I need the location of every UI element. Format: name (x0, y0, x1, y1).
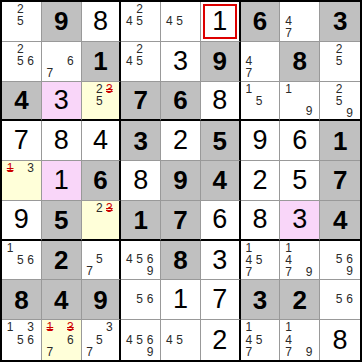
placed-digit: 1 (54, 167, 69, 194)
cell-r3c3[interactable]: 235 (82, 82, 122, 122)
empty-pencil-slot (45, 333, 55, 345)
placed-digit: 2 (212, 327, 227, 354)
empty-pencil-slot (304, 15, 314, 27)
empty-pencil-slot (323, 281, 334, 293)
empty-pencil-slot (254, 43, 264, 55)
empty-pencil-slot (135, 265, 145, 277)
cell-r7c7[interactable]: 1457 (241, 241, 281, 281)
pencil-mark-5: 5 (254, 254, 264, 266)
empty-pencil-slot (26, 27, 36, 39)
empty-pencil-slot (294, 333, 304, 345)
pencil-mark-5: 5 (334, 95, 345, 107)
cell-r4c1[interactable]: 7 (2, 121, 42, 161)
pencil-mark-9: 9 (344, 265, 355, 277)
cell-r8c5[interactable]: 1 (161, 280, 201, 320)
cell-r6c4[interactable]: 1 (121, 201, 161, 241)
empty-pencil-slot (124, 43, 134, 55)
empty-pencil-slot (104, 253, 114, 265)
empty-pencil-slot (124, 27, 134, 39)
pencil-mark-7: 7 (45, 67, 55, 79)
empty-pencil-slot (85, 214, 95, 225)
empty-pencil-slot (104, 346, 114, 358)
pencil-mark-4: 4 (124, 333, 134, 345)
cell-r5c4[interactable]: 8 (121, 161, 161, 201)
empty-pencil-slot (334, 305, 345, 317)
cell-r1c2[interactable]: 9 (42, 2, 82, 42)
pencil-mark-2: 2 (15, 43, 25, 55)
empty-pencil-slot (264, 346, 274, 358)
pencil-mark-9: 9 (344, 107, 355, 119)
cell-r7c3[interactable]: 57 (82, 241, 122, 281)
cell-r2c2[interactable]: 67 (42, 42, 82, 82)
empty-pencil-slot (283, 105, 293, 117)
empty-pencil-slot (124, 321, 134, 333)
placed-digit: 4 (93, 127, 108, 154)
placed-digit: 7 (14, 127, 29, 154)
pencil-mark-6: 6 (344, 293, 355, 305)
placed-digit: 6 (212, 206, 227, 233)
empty-pencil-slot (264, 321, 274, 333)
pencil-marks: 1457 (241, 320, 280, 360)
empty-pencil-slot (264, 55, 274, 67)
empty-pencil-slot (254, 242, 264, 254)
cell-r4c6[interactable]: 5 (201, 121, 241, 161)
empty-pencil-slot (85, 242, 95, 254)
given-digit: 9 (213, 48, 227, 74)
cell-r6c7[interactable]: 8 (241, 201, 281, 241)
placed-digit: 8 (253, 206, 268, 233)
cell-r5c1[interactable]: 13 (2, 161, 42, 201)
given-digit: 7 (333, 167, 347, 193)
empty-pencil-slot (26, 242, 36, 254)
empty-pencil-slot (264, 43, 274, 55)
given-digit: 6 (93, 167, 107, 193)
empty-pencil-slot (55, 67, 65, 79)
empty-pencil-slot (26, 3, 36, 15)
pencil-mark-1: 1 (244, 83, 254, 95)
empty-pencil-slot (323, 67, 334, 79)
pencil-mark-5: 5 (334, 55, 345, 67)
cell-r1c8[interactable]: 47 (280, 2, 320, 42)
cell-r2c4[interactable]: 245 (121, 42, 161, 82)
cell-r5c8[interactable]: 5 (280, 161, 320, 201)
pencil-marks: 235 (82, 82, 120, 120)
cell-r5c5[interactable]: 9 (161, 161, 201, 201)
cell-r1c9[interactable]: 3 (320, 2, 360, 42)
cell-r9c9[interactable]: 8 (320, 320, 360, 360)
pencil-mark-9: 9 (304, 105, 314, 117)
cell-r9c4[interactable]: 4569 (121, 320, 161, 360)
empty-pencil-slot (323, 265, 334, 277)
pencil-marks: 25 (2, 2, 41, 41)
pencil-mark-4: 4 (283, 333, 293, 345)
given-digit: 9 (54, 8, 68, 34)
pencil-mark-4: 4 (124, 55, 134, 67)
pencil-mark-4: 4 (244, 55, 254, 67)
pencil-marks: 56 (320, 280, 360, 319)
empty-pencil-slot (164, 321, 174, 333)
pencil-marks: 45 (161, 2, 200, 41)
empty-pencil-slot (85, 202, 95, 214)
pencil-mark-5: 5 (15, 333, 25, 345)
empty-pencil-slot (15, 174, 25, 186)
empty-pencil-slot (104, 214, 114, 225)
pencil-mark-7: 7 (244, 67, 254, 79)
excluded-pencil-mark-1: 1 (45, 321, 55, 333)
empty-pencil-slot (264, 242, 274, 254)
empty-pencil-slot (344, 95, 355, 107)
empty-pencil-slot (294, 27, 304, 39)
given-digit: 4 (213, 167, 227, 193)
empty-pencil-slot (5, 55, 15, 67)
empty-pencil-slot (294, 105, 304, 117)
cell-r3c7[interactable]: 15 (241, 82, 281, 122)
empty-pencil-slot (264, 107, 274, 118)
empty-pencil-slot (323, 107, 334, 119)
pencil-mark-6: 6 (26, 333, 36, 345)
empty-pencil-slot (145, 55, 155, 67)
cell-r3c6[interactable]: 8 (201, 82, 241, 122)
pencil-mark-5: 5 (135, 55, 145, 67)
cell-r1c3[interactable]: 8 (82, 2, 122, 42)
pencil-mark-7: 7 (283, 346, 293, 358)
empty-pencil-slot (294, 266, 304, 278)
cell-r9c1[interactable]: 1356 (2, 320, 42, 360)
cell-r3c2[interactable]: 3 (42, 82, 82, 122)
cell-r5c7[interactable]: 2 (241, 161, 281, 201)
given-digit: 3 (133, 128, 147, 154)
empty-pencil-slot (294, 346, 304, 358)
pencil-mark-2: 2 (334, 83, 345, 95)
empty-pencil-slot (164, 346, 174, 358)
empty-pencil-slot (244, 107, 254, 118)
cell-r9c6[interactable]: 2 (201, 320, 241, 360)
given-digit: 7 (173, 207, 187, 233)
empty-pencil-slot (5, 15, 15, 27)
given-digit: 3 (253, 287, 267, 313)
pencil-marks: 357 (82, 320, 120, 360)
cell-r1c6[interactable]: 1 (201, 2, 241, 42)
given-digit: 3 (333, 8, 347, 34)
cell-r5c9[interactable]: 7 (320, 161, 360, 201)
empty-pencil-slot (104, 333, 114, 345)
empty-pencil-slot (124, 305, 134, 317)
cell-r7c9[interactable]: 569 (320, 241, 360, 281)
empty-pencil-slot (264, 95, 274, 107)
empty-pencil-slot (5, 254, 15, 266)
empty-pencil-slot (55, 346, 65, 358)
given-digit: 9 (93, 287, 107, 313)
cell-r9c3[interactable]: 357 (82, 320, 122, 360)
cell-r6c9[interactable]: 4 (320, 201, 360, 241)
empty-pencil-slot (5, 346, 15, 358)
pencil-mark-2: 2 (334, 43, 345, 55)
pencil-mark-9: 9 (145, 265, 155, 277)
cell-r8c4[interactable]: 56 (121, 280, 161, 320)
cell-r1c7[interactable]: 6 (241, 2, 281, 42)
empty-pencil-slot (124, 346, 134, 358)
pencil-mark-5: 5 (135, 253, 145, 265)
given-digit: 1 (333, 128, 347, 154)
given-digit: 9 (173, 167, 187, 193)
cell-r1c4[interactable]: 245 (121, 2, 161, 42)
cell-r7c8[interactable]: 1479 (280, 241, 320, 281)
empty-pencil-slot (104, 107, 114, 118)
empty-pencil-slot (104, 265, 114, 277)
pencil-mark-5: 5 (94, 253, 104, 265)
empty-pencil-slot (304, 242, 314, 254)
empty-pencil-slot (94, 346, 104, 358)
excluded-pencil-mark-3: 3 (65, 321, 75, 333)
empty-pencil-slot (334, 265, 345, 277)
empty-pencil-slot (26, 186, 36, 198)
pencil-mark-1: 1 (5, 242, 15, 254)
empty-pencil-slot (104, 242, 114, 254)
empty-pencil-slot (145, 43, 155, 55)
pencil-mark-3: 3 (26, 321, 36, 333)
cell-r8c2[interactable]: 4 (42, 280, 82, 320)
cell-r6c3[interactable]: 23 (82, 201, 122, 241)
cell-r2c3[interactable]: 1 (82, 42, 122, 82)
pencil-mark-5: 5 (135, 333, 145, 345)
placed-digit: 3 (173, 48, 188, 75)
cell-r3c4[interactable]: 7 (121, 82, 161, 122)
cell-r9c2[interactable]: 1367 (42, 320, 82, 360)
pencil-marks: 1356 (2, 320, 41, 360)
cell-r4c4[interactable]: 3 (121, 121, 161, 161)
placed-digit: 8 (133, 167, 148, 194)
empty-pencil-slot (323, 83, 334, 95)
empty-pencil-slot (94, 321, 104, 333)
cell-r2c1[interactable]: 256 (2, 42, 42, 82)
cell-r5c6[interactable]: 4 (201, 161, 241, 201)
pencil-mark-2: 2 (94, 202, 104, 214)
placed-digit: 8 (93, 8, 108, 35)
pencil-marks: 47 (280, 2, 319, 41)
cell-r3c1[interactable]: 4 (2, 82, 42, 122)
pencil-marks: 259 (320, 82, 360, 120)
cell-r2c8[interactable]: 8 (280, 42, 320, 82)
empty-pencil-slot (145, 321, 155, 333)
cell-r6c6[interactable]: 6 (201, 201, 241, 241)
empty-pencil-slot (323, 95, 334, 107)
cell-r9c7[interactable]: 1457 (241, 320, 281, 360)
cell-r4c8[interactable]: 6 (280, 121, 320, 161)
empty-pencil-slot (45, 55, 55, 67)
cell-r7c6[interactable]: 3 (201, 241, 241, 281)
pencil-marks: 56 (121, 280, 160, 319)
sudoku-board: 2598245451647325667124539478254323576815… (0, 0, 362, 362)
empty-pencil-slot (55, 333, 65, 345)
empty-pencil-slot (94, 214, 104, 225)
empty-pencil-slot (85, 321, 95, 333)
empty-pencil-slot (254, 55, 264, 67)
empty-pencil-slot (334, 67, 345, 79)
empty-pencil-slot (124, 293, 134, 305)
given-digit: 8 (14, 287, 28, 313)
empty-pencil-slot (26, 346, 36, 358)
pencil-mark-5: 5 (15, 55, 25, 67)
cell-r4c7[interactable]: 9 (241, 121, 281, 161)
pencil-marks: 15 (241, 82, 280, 120)
empty-pencil-slot (145, 67, 155, 79)
cell-r2c5[interactable]: 3 (161, 42, 201, 82)
pencil-marks: 57 (82, 241, 120, 280)
empty-pencil-slot (304, 83, 314, 95)
given-digit: 8 (293, 48, 307, 74)
empty-pencil-slot (344, 43, 355, 55)
empty-pencil-slot (55, 321, 65, 333)
cell-r8c9[interactable]: 56 (320, 280, 360, 320)
empty-pencil-slot (104, 225, 114, 236)
empty-pencil-slot (294, 95, 304, 106)
pencil-mark-9: 9 (304, 346, 314, 358)
empty-pencil-slot (145, 305, 155, 317)
pencil-mark-1: 1 (244, 321, 254, 333)
cell-r4c9[interactable]: 1 (320, 121, 360, 161)
placed-digit: 7 (212, 286, 227, 313)
empty-pencil-slot (5, 43, 15, 55)
pencil-marks: 1479 (280, 241, 319, 280)
pencil-mark-5: 5 (15, 15, 25, 27)
empty-pencil-slot (174, 321, 184, 333)
empty-pencil-slot (26, 15, 36, 27)
pencil-marks: 1457 (241, 241, 280, 280)
empty-pencil-slot (5, 27, 15, 39)
cell-r5c2[interactable]: 1 (42, 161, 82, 201)
pencil-marks: 245 (121, 2, 160, 41)
empty-pencil-slot (65, 346, 75, 358)
pencil-mark-5: 5 (174, 15, 184, 27)
pencil-marks: 25 (320, 42, 360, 81)
pencil-mark-4: 4 (244, 254, 254, 266)
cell-r8c1[interactable]: 8 (2, 280, 42, 320)
placed-digit: 3 (212, 247, 227, 274)
cell-r2c7[interactable]: 47 (241, 42, 281, 82)
empty-pencil-slot (15, 346, 25, 358)
empty-pencil-slot (264, 266, 274, 278)
pencil-mark-1: 1 (5, 321, 15, 333)
empty-pencil-slot (55, 43, 65, 55)
empty-pencil-slot (15, 162, 25, 174)
pencil-mark-1: 1 (283, 321, 293, 333)
empty-pencil-slot (344, 55, 355, 67)
pencil-mark-5: 5 (94, 95, 104, 107)
cell-r6c5[interactable]: 7 (161, 201, 201, 241)
empty-pencil-slot (26, 67, 36, 79)
cell-r4c5[interactable]: 2 (161, 121, 201, 161)
cell-r3c5[interactable]: 6 (161, 82, 201, 122)
cell-r9c8[interactable]: 1479 (280, 320, 320, 360)
cell-r8c6[interactable]: 7 (201, 280, 241, 320)
given-digit: 2 (293, 287, 307, 313)
empty-pencil-slot (185, 3, 195, 15)
cell-r8c3[interactable]: 9 (82, 280, 122, 320)
pencil-mark-4: 4 (283, 254, 293, 266)
cell-r8c8[interactable]: 2 (280, 280, 320, 320)
empty-pencil-slot (304, 27, 314, 39)
empty-pencil-slot (164, 27, 174, 39)
placed-digit: 9 (253, 127, 268, 154)
empty-pencil-slot (5, 3, 15, 15)
given-digit: 7 (133, 87, 147, 113)
empty-pencil-slot (124, 67, 134, 79)
empty-pencil-slot (254, 321, 264, 333)
cell-r1c5[interactable]: 45 (161, 2, 201, 42)
cell-r1c1[interactable]: 25 (2, 2, 42, 42)
empty-pencil-slot (135, 346, 145, 358)
cell-r5c3[interactable]: 6 (82, 161, 122, 201)
excluded-pencil-mark-1: 1 (5, 162, 15, 174)
empty-pencil-slot (344, 83, 355, 95)
empty-pencil-slot (264, 83, 274, 95)
pencil-marks: 4569 (121, 320, 160, 360)
pencil-marks: 13 (2, 161, 41, 200)
cell-r7c4[interactable]: 4569 (121, 241, 161, 281)
pencil-mark-4: 4 (283, 15, 293, 27)
empty-pencil-slot (323, 253, 334, 265)
cell-r4c2[interactable]: 8 (42, 121, 82, 161)
cell-r3c8[interactable]: 19 (280, 82, 320, 122)
cell-r6c1[interactable]: 9 (2, 201, 42, 241)
empty-pencil-slot (174, 27, 184, 39)
empty-pencil-slot (264, 333, 274, 345)
pencil-mark-5: 5 (94, 333, 104, 345)
pencil-mark-4: 4 (244, 333, 254, 345)
pencil-marks: 67 (42, 42, 81, 81)
cell-r7c1[interactable]: 156 (2, 241, 42, 281)
cell-r7c2[interactable]: 2 (42, 241, 82, 281)
pencil-marks: 45 (161, 320, 200, 360)
cell-r2c9[interactable]: 25 (320, 42, 360, 82)
pencil-mark-4: 4 (124, 15, 134, 27)
empty-pencil-slot (323, 43, 334, 55)
excluded-pencil-mark-3: 3 (104, 83, 114, 95)
empty-pencil-slot (65, 67, 75, 79)
pencil-mark-5: 5 (334, 253, 345, 265)
pencil-mark-6: 6 (26, 55, 36, 67)
cell-r7c5[interactable]: 8 (161, 241, 201, 281)
cell-r6c8[interactable]: 3 (280, 201, 320, 241)
empty-pencil-slot (85, 107, 95, 118)
empty-pencil-slot (15, 266, 25, 278)
pencil-marks: 4569 (121, 241, 160, 280)
empty-pencil-slot (26, 43, 36, 55)
pencil-marks: 47 (241, 42, 280, 81)
pencil-mark-6: 6 (26, 254, 36, 266)
placed-digit: 8 (212, 87, 227, 114)
empty-pencil-slot (145, 3, 155, 15)
pencil-mark-1: 1 (283, 242, 293, 254)
cell-r9c5[interactable]: 45 (161, 320, 201, 360)
pencil-mark-5: 5 (254, 333, 264, 345)
empty-pencil-slot (185, 321, 195, 333)
pencil-mark-7: 7 (45, 346, 55, 358)
empty-pencil-slot (104, 95, 114, 107)
pencil-mark-5: 5 (135, 15, 145, 27)
empty-pencil-slot (5, 333, 15, 345)
empty-pencil-slot (15, 67, 25, 79)
cell-r4c3[interactable]: 4 (82, 121, 122, 161)
cell-r2c6[interactable]: 9 (201, 42, 241, 82)
empty-pencil-slot (323, 242, 334, 254)
placed-digit: 1 (212, 8, 227, 35)
cell-r3c9[interactable]: 259 (320, 82, 360, 122)
pencil-mark-6: 6 (145, 293, 155, 305)
cell-r8c7[interactable]: 3 (241, 280, 281, 320)
cell-r6c2[interactable]: 5 (42, 201, 82, 241)
pencil-mark-6: 6 (65, 55, 75, 67)
